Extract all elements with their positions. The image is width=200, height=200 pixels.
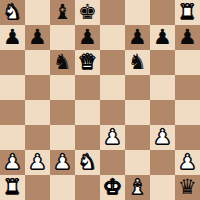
square-a3[interactable] — [0, 125, 25, 150]
square-e5[interactable] — [100, 75, 125, 100]
square-e3[interactable]: ♟ — [100, 125, 125, 150]
square-f5[interactable] — [125, 75, 150, 100]
square-a8[interactable]: ♞ — [0, 0, 25, 25]
chess-board: ♞♝♚♜♟♟♟♟♟♟♞♛♞♟♟♟♟♟♞♟♜♚♝♛ — [0, 0, 200, 200]
square-g8[interactable] — [150, 0, 175, 25]
square-h6[interactable] — [175, 50, 200, 75]
square-e4[interactable] — [100, 100, 125, 125]
piece-white-knight[interactable]: ♞ — [75, 150, 100, 175]
square-c1[interactable] — [50, 175, 75, 200]
piece-black-king[interactable]: ♚ — [75, 0, 100, 25]
square-g4[interactable] — [150, 100, 175, 125]
piece-black-pawn[interactable]: ♟ — [150, 25, 175, 50]
square-g5[interactable] — [150, 75, 175, 100]
piece-white-rook[interactable]: ♜ — [0, 175, 25, 200]
piece-black-pawn[interactable]: ♟ — [25, 25, 50, 50]
square-b5[interactable] — [25, 75, 50, 100]
square-c7[interactable] — [50, 25, 75, 50]
square-h4[interactable] — [175, 100, 200, 125]
square-b7[interactable]: ♟ — [25, 25, 50, 50]
square-d4[interactable] — [75, 100, 100, 125]
square-b8[interactable] — [25, 0, 50, 25]
square-b3[interactable] — [25, 125, 50, 150]
square-h3[interactable] — [175, 125, 200, 150]
piece-white-pawn[interactable]: ♟ — [0, 150, 25, 175]
square-d2[interactable]: ♞ — [75, 150, 100, 175]
piece-white-bishop[interactable]: ♝ — [125, 175, 150, 200]
square-d8[interactable]: ♚ — [75, 0, 100, 25]
piece-black-pawn[interactable]: ♟ — [175, 25, 200, 50]
square-e7[interactable] — [100, 25, 125, 50]
square-c8[interactable]: ♝ — [50, 0, 75, 25]
piece-black-knight[interactable]: ♞ — [125, 50, 150, 75]
square-d6[interactable]: ♛ — [75, 50, 100, 75]
square-a5[interactable] — [0, 75, 25, 100]
square-e2[interactable] — [100, 150, 125, 175]
square-f2[interactable] — [125, 150, 150, 175]
piece-black-bishop[interactable]: ♝ — [50, 0, 75, 25]
piece-black-pawn[interactable]: ♟ — [125, 25, 150, 50]
square-h1[interactable]: ♛ — [175, 175, 200, 200]
piece-black-pawn[interactable]: ♟ — [0, 25, 25, 50]
square-f8[interactable] — [125, 0, 150, 25]
square-h7[interactable]: ♟ — [175, 25, 200, 50]
piece-white-pawn[interactable]: ♟ — [100, 125, 125, 150]
square-b6[interactable] — [25, 50, 50, 75]
square-g6[interactable] — [150, 50, 175, 75]
piece-white-pawn[interactable]: ♟ — [25, 150, 50, 175]
piece-white-rook[interactable]: ♜ — [175, 0, 200, 25]
square-d3[interactable] — [75, 125, 100, 150]
piece-white-pawn[interactable]: ♟ — [150, 125, 175, 150]
square-b1[interactable] — [25, 175, 50, 200]
square-f7[interactable]: ♟ — [125, 25, 150, 50]
square-h2[interactable]: ♟ — [175, 150, 200, 175]
square-c4[interactable] — [50, 100, 75, 125]
square-g2[interactable] — [150, 150, 175, 175]
square-a1[interactable]: ♜ — [0, 175, 25, 200]
square-e6[interactable] — [100, 50, 125, 75]
square-d5[interactable] — [75, 75, 100, 100]
square-f6[interactable]: ♞ — [125, 50, 150, 75]
square-f3[interactable] — [125, 125, 150, 150]
square-f4[interactable] — [125, 100, 150, 125]
square-e8[interactable] — [100, 0, 125, 25]
square-b2[interactable]: ♟ — [25, 150, 50, 175]
piece-white-knight[interactable]: ♞ — [0, 0, 25, 25]
piece-black-queen[interactable]: ♛ — [175, 175, 200, 200]
square-c3[interactable] — [50, 125, 75, 150]
square-h8[interactable]: ♜ — [175, 0, 200, 25]
square-a6[interactable] — [0, 50, 25, 75]
piece-black-knight[interactable]: ♞ — [50, 50, 75, 75]
square-h5[interactable] — [175, 75, 200, 100]
square-a4[interactable] — [0, 100, 25, 125]
square-g3[interactable]: ♟ — [150, 125, 175, 150]
square-e1[interactable]: ♚ — [100, 175, 125, 200]
square-a2[interactable]: ♟ — [0, 150, 25, 175]
piece-black-pawn[interactable]: ♟ — [75, 25, 100, 50]
square-d7[interactable]: ♟ — [75, 25, 100, 50]
square-f1[interactable]: ♝ — [125, 175, 150, 200]
square-c2[interactable]: ♟ — [50, 150, 75, 175]
square-g7[interactable]: ♟ — [150, 25, 175, 50]
piece-white-pawn[interactable]: ♟ — [175, 150, 200, 175]
square-b4[interactable] — [25, 100, 50, 125]
square-c5[interactable] — [50, 75, 75, 100]
square-c6[interactable]: ♞ — [50, 50, 75, 75]
piece-white-pawn[interactable]: ♟ — [50, 150, 75, 175]
piece-white-queen[interactable]: ♛ — [75, 50, 100, 75]
square-a7[interactable]: ♟ — [0, 25, 25, 50]
square-d1[interactable] — [75, 175, 100, 200]
piece-white-king[interactable]: ♚ — [100, 175, 125, 200]
square-g1[interactable] — [150, 175, 175, 200]
